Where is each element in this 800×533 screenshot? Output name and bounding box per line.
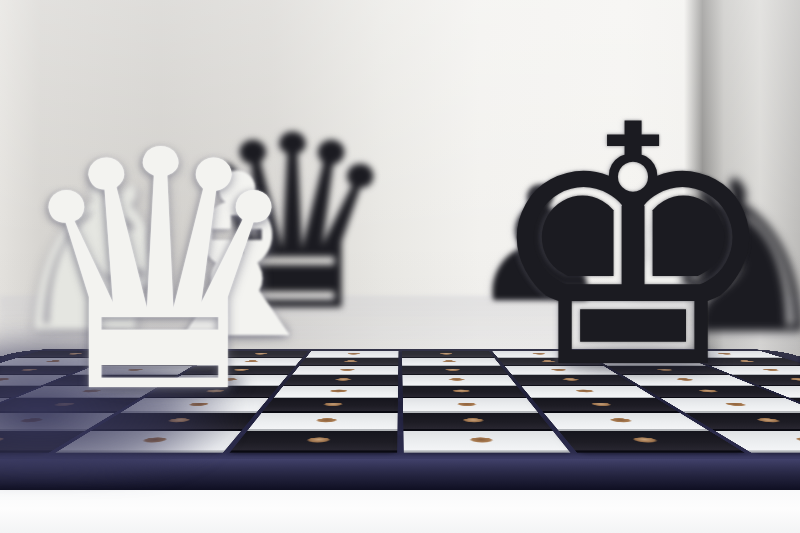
peg-hole: [445, 369, 461, 371]
black-king-glyph: ♚: [484, 82, 782, 414]
peg-hole: [305, 437, 331, 442]
peg-hole: [462, 418, 485, 422]
peg-hole: [442, 360, 457, 362]
peg-hole: [448, 378, 465, 381]
white-queen[interactable]: ♛: [0, 108, 325, 438]
white-queen-glyph: ♛: [12, 108, 308, 438]
black-king[interactable]: ♚: [467, 82, 799, 414]
peg-hole: [322, 403, 343, 407]
peg-hole: [439, 353, 453, 355]
peg-hole: [0, 437, 8, 442]
chess-photo-scene: ♞ ♛ ♝ ♛ ♟ ♟ ♚ ♞: [0, 0, 800, 533]
peg-hole: [329, 389, 348, 392]
